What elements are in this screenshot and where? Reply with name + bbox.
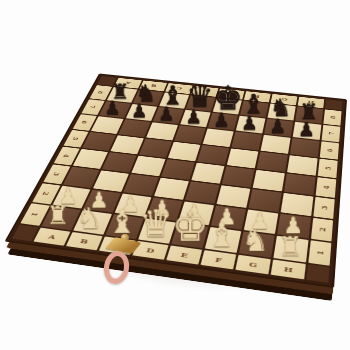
file-letter: B [79, 237, 89, 244]
white-knight: ♞ [74, 206, 105, 232]
square-e7: ♟ [208, 113, 238, 131]
rank-number: 5 [324, 166, 332, 170]
file-letter: E [180, 251, 189, 258]
chess-board: ABCDEFGH8♜♞♝♛♚♝♞♜87♟♟♟♟♟♟♟♟7665544332♟♟♟… [5, 74, 347, 288]
file-label-g-bottom: G [235, 255, 270, 274]
square-f4 [222, 166, 255, 187]
square-f6 [231, 132, 262, 151]
brass-clasp [97, 234, 145, 292]
square-d5 [168, 142, 201, 161]
file-label-e-bottom: E [166, 246, 202, 265]
white-bishop: ♝ [205, 220, 237, 250]
square-f5 [227, 148, 259, 168]
square-h5 [287, 155, 318, 175]
square-d7: ♟ [180, 110, 210, 127]
rank-number: 7 [89, 105, 97, 109]
rank-label-3-right: 3 [313, 197, 334, 219]
clasp-ring-icon [102, 249, 132, 286]
square-g7: ♟ [264, 119, 293, 137]
square-c6 [146, 122, 178, 140]
rank-label-8-right: 8 [323, 109, 341, 125]
rank-label-3-left: 3 [43, 164, 70, 184]
frame-corner-tile [325, 100, 342, 111]
square-e1: ♚ [171, 223, 208, 249]
black-pawn: ♟ [181, 108, 207, 125]
square-e5 [197, 145, 229, 165]
square-c7: ♟ [153, 107, 184, 124]
rank-label-5-right: 5 [318, 159, 338, 178]
square-g6 [261, 135, 291, 154]
rank-number: 6 [81, 120, 90, 124]
white-rook: ♜ [274, 235, 306, 259]
white-rook: ♜ [42, 204, 73, 227]
square-e6 [203, 128, 234, 147]
black-pawn: ♟ [100, 100, 126, 117]
rank-number: 5 [72, 137, 81, 141]
product-photo: ABCDEFGH8♜♞♝♛♚♝♞♜87♟♟♟♟♟♟♟♟7665544332♟♟♟… [0, 0, 350, 350]
square-h1: ♜ [273, 236, 308, 263]
frame-corner-tile [307, 264, 330, 282]
square-c5 [139, 139, 172, 158]
rank-label-1-right: 1 [308, 240, 331, 265]
rank-label-4-right: 4 [316, 177, 337, 198]
rank-number: 3 [52, 172, 62, 176]
rank-label-7-right: 7 [322, 125, 341, 142]
black-pawn: ♟ [264, 118, 291, 135]
scene: ABCDEFGH8♜♞♝♛♚♝♞♜87♟♟♟♟♟♟♟♟7665544332♟♟♟… [52, 18, 340, 306]
rank-number: 2 [317, 227, 326, 232]
rank-number: 8 [97, 91, 105, 94]
square-e4 [191, 163, 224, 184]
rank-number: 3 [320, 205, 329, 210]
rank-number: 8 [329, 116, 337, 120]
square-g1: ♞ [239, 231, 275, 257]
square-h4 [284, 174, 316, 196]
square-d4 [161, 159, 195, 180]
square-f1: ♝ [205, 227, 241, 253]
rank-number: 1 [315, 250, 325, 256]
file-letter: A [47, 233, 57, 240]
square-h6 [290, 138, 320, 157]
square-d6 [174, 125, 205, 143]
rank-number: 2 [41, 191, 51, 196]
frame-corner-tile [12, 225, 38, 241]
rank-number: 7 [327, 131, 335, 135]
black-pawn: ♟ [236, 114, 262, 131]
black-pawn: ♟ [208, 111, 234, 128]
clasp-plate-icon [106, 237, 142, 254]
file-label-f-bottom: F [201, 250, 237, 269]
square-c4 [131, 156, 165, 176]
rank-label-2-right: 2 [311, 218, 333, 242]
square-b6 [118, 119, 150, 137]
file-letter: D [146, 247, 156, 254]
rank-number: 6 [325, 148, 333, 152]
file-letter: F [214, 256, 222, 263]
rank-number: 4 [62, 154, 71, 158]
file-label-h-bottom: H [271, 260, 306, 280]
black-pawn: ♟ [153, 105, 179, 122]
white-bishop: ♝ [106, 207, 137, 236]
rank-number: 4 [322, 185, 331, 190]
square-g5 [257, 152, 288, 172]
file-label-a-bottom: A [33, 228, 70, 246]
square-g4 [253, 170, 285, 191]
white-knight: ♞ [239, 228, 271, 255]
file-letter: G [249, 261, 258, 269]
rank-label-6-right: 6 [320, 141, 339, 159]
square-f7: ♟ [236, 116, 266, 134]
white-king: ♚ [172, 209, 204, 246]
black-pawn: ♟ [293, 121, 320, 138]
file-letter: H [283, 265, 293, 273]
black-pawn: ♟ [126, 102, 152, 119]
rank-number: 1 [30, 212, 40, 217]
square-h7: ♟ [293, 122, 322, 140]
square-b5 [110, 135, 143, 154]
